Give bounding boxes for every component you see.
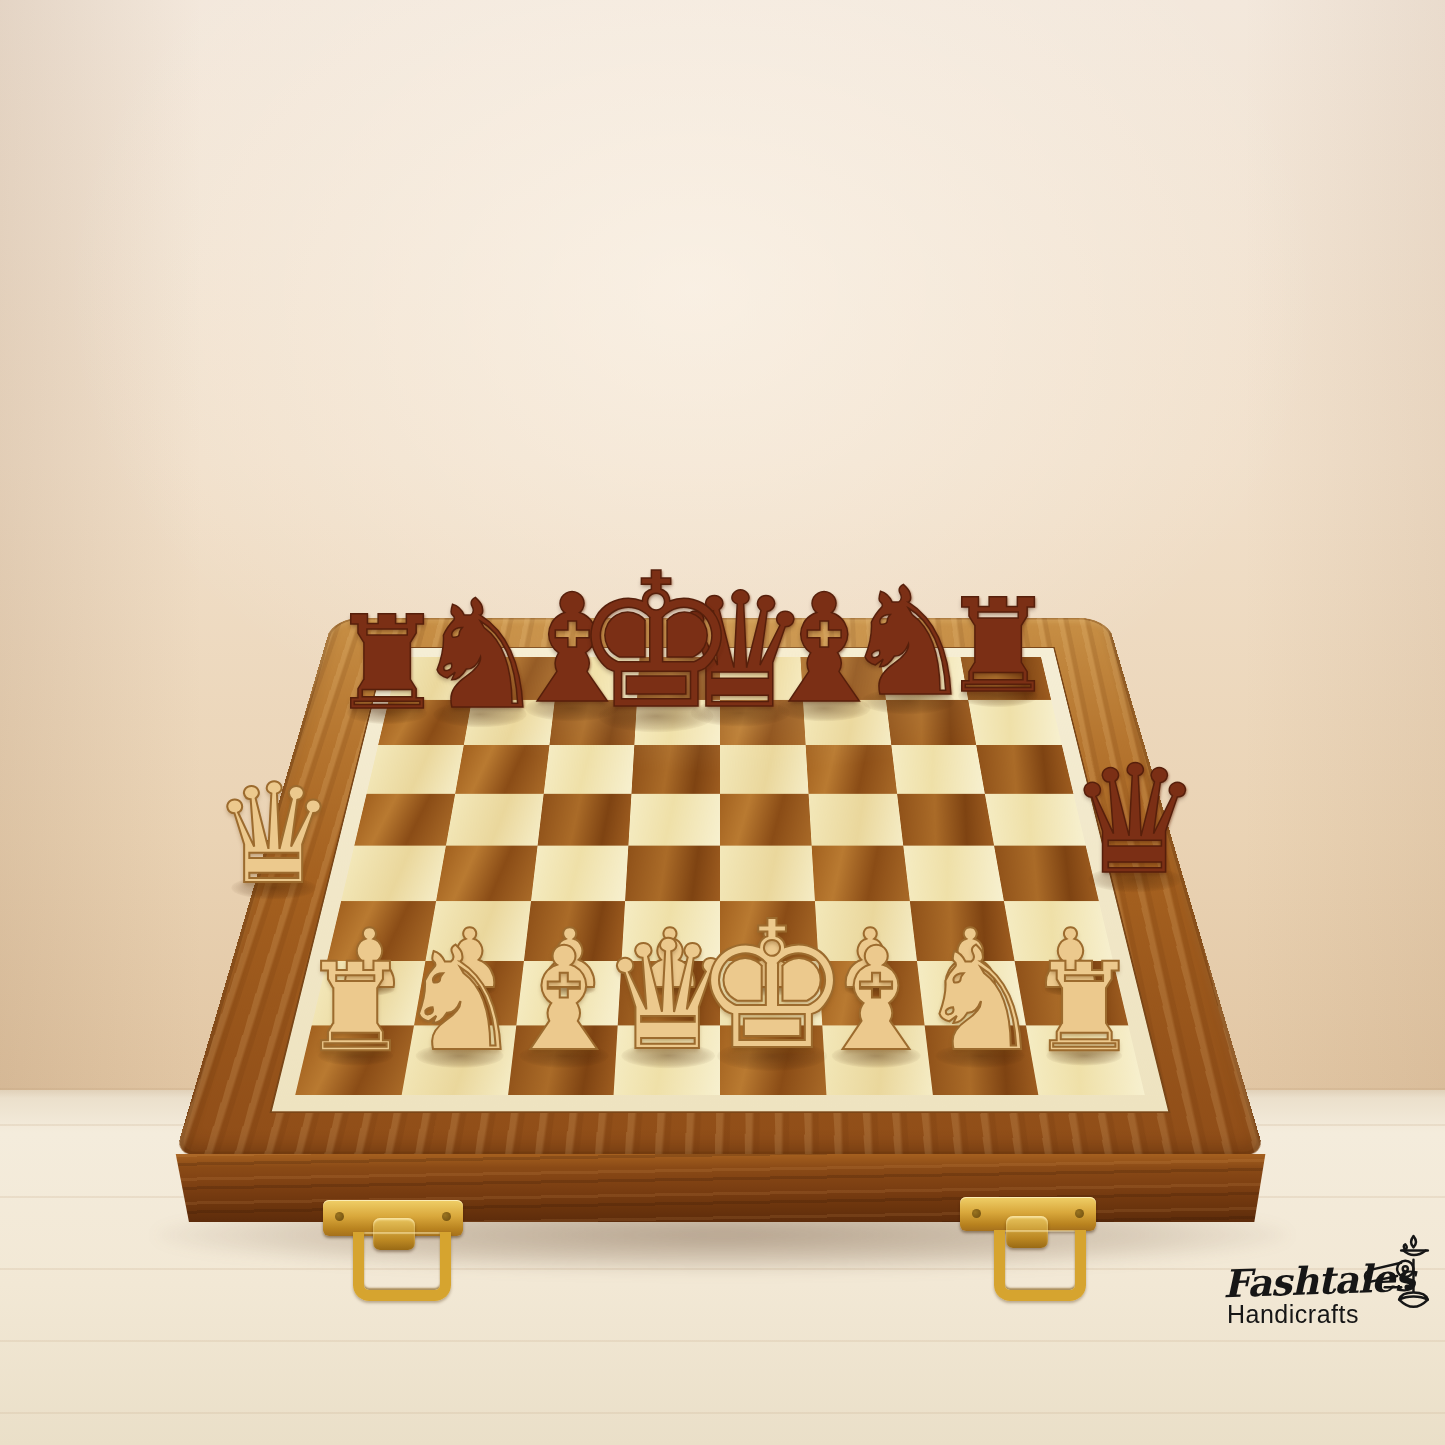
latch-loop-handle[interactable] [353,1232,451,1301]
square-h6[interactable] [976,745,1073,794]
square-b4[interactable] [436,846,537,902]
brand-logo: Fashtales Handicrafts [1205,1232,1437,1342]
square-a5[interactable] [354,794,455,846]
square-e6[interactable] [720,745,808,794]
square-g4[interactable] [903,846,1004,902]
piece-black-knight-b8[interactable]: ♞ [413,584,547,727]
square-e5[interactable] [720,794,811,846]
square-g6[interactable] [891,745,985,794]
square-f5[interactable] [808,794,902,846]
square-b5[interactable] [446,794,544,846]
product-photo-scene: ♜♞♝♚♛♝♞♜♟♟♟♟♟♟♟♟♜♞♝♛♚♝♞♜♛♛ Fashtales Han… [0,0,1445,1445]
square-a4[interactable] [341,846,446,902]
piece-white-queen-spare[interactable]: ♛ [212,768,336,899]
square-g5[interactable] [897,794,995,846]
square-d5[interactable] [629,794,720,846]
piece-white-rook-h1[interactable]: ♜ [1030,951,1139,1067]
brand-subtitle: Handicrafts [1227,1300,1359,1329]
square-c4[interactable] [531,846,629,902]
square-a6[interactable] [367,745,464,794]
brass-latch-left[interactable] [323,1196,465,1296]
square-c5[interactable] [537,794,631,846]
square-d6[interactable] [632,745,720,794]
square-b6[interactable] [455,745,549,794]
piece-black-queen-spare[interactable]: ♛ [1068,750,1202,893]
square-f6[interactable] [805,745,896,794]
brass-latch-right[interactable] [960,1194,1098,1294]
piece-white-rook-a1[interactable]: ♜ [301,951,410,1067]
piece-white-knight-g1[interactable]: ♞ [916,932,1044,1068]
latch-loop-handle[interactable] [994,1230,1086,1301]
square-c6[interactable] [543,745,634,794]
piece-black-king-d8[interactable]: ♚ [573,554,740,731]
oil-lamp-scroll-icon [1353,1232,1433,1318]
